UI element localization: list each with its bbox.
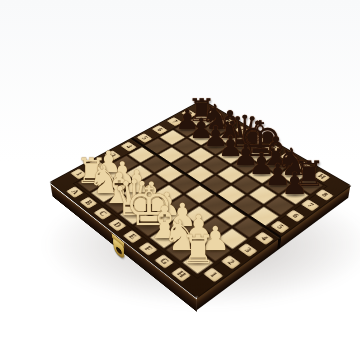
coordinate-tile: C (235, 126, 251, 136)
coordinate-tile: F (139, 242, 158, 256)
coordinate-tile: F (280, 152, 297, 162)
coordinate-tile: H (171, 267, 191, 282)
coordinate-tile: D (249, 134, 266, 144)
coordinate-tile: 8 (182, 109, 198, 118)
coordinate-tile: 3 (238, 243, 258, 257)
coordinate-tile: 5 (137, 133, 153, 143)
coordinate-tile: H (313, 171, 331, 182)
coordinate-tile: 5 (271, 220, 290, 233)
coordinate-tile: B (221, 117, 237, 126)
coordinate-tile: E (265, 143, 282, 153)
coordinate-tile: 7 (167, 117, 183, 126)
coordinate-tile: E (123, 230, 142, 243)
coordinate-tile: 1 (204, 267, 224, 282)
coordinate-tile: 4 (255, 231, 274, 244)
coordinate-tile: 2 (221, 255, 241, 269)
coordinate-tile: B (80, 196, 98, 208)
chess-set-photo: ABCDEFGH8877665544332211ABCDEFGH ♜♟♞♟♝♟♛… (0, 0, 360, 360)
coordinate-tile: C (94, 207, 112, 219)
coordinate-tile: G (296, 161, 313, 172)
coordinate-tile: 6 (286, 209, 305, 222)
coordinate-tile: A (207, 109, 223, 118)
coordinate-tile: D (108, 218, 127, 231)
latch-hole (116, 246, 122, 256)
coordinate-tile: 7 (301, 199, 319, 211)
coordinate-tile: G (155, 254, 175, 268)
coordinate-tile: 6 (152, 125, 168, 135)
coordinate-tile: 8 (316, 189, 334, 201)
